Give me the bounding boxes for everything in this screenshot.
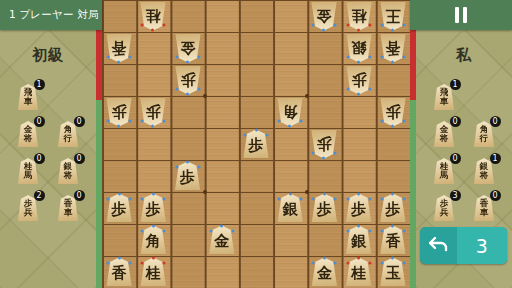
- undo-count: 3: [457, 227, 507, 264]
- captured-piece-香車: 香車0: [58, 195, 79, 221]
- blue-marker-dot: [323, 193, 326, 196]
- board-cell-r3c5[interactable]: [239, 64, 273, 96]
- captured-piece-銀将[interactable]: 銀将1: [474, 158, 495, 184]
- blue-marker-dot: [391, 257, 394, 260]
- blue-marker-dot: [175, 88, 178, 91]
- blue-marker-dot: [300, 120, 303, 123]
- player-captured-tray: 飛車1金将0角行0桂馬0銀将1歩兵3香車0: [426, 84, 502, 221]
- board-cell-r2c7[interactable]: [307, 32, 341, 64]
- blue-marker-dot: [186, 161, 189, 164]
- captured-piece-歩兵: 歩兵2: [18, 195, 39, 221]
- star-point: [203, 190, 207, 194]
- tray-slot: 金将0: [10, 121, 46, 147]
- board-cell-r1c1[interactable]: [102, 0, 136, 32]
- captured-count-badge: 0: [490, 190, 501, 201]
- captured-count-badge: 0: [74, 190, 85, 201]
- player-label: 私: [416, 46, 512, 65]
- tray-slot: 飛車1: [426, 84, 462, 110]
- piece-桂-gote[interactable]: 桂: [140, 2, 167, 31]
- board-cell-r2c5[interactable]: [239, 32, 273, 64]
- blue-marker-dot: [357, 193, 360, 196]
- piece-銀-sente[interactable]: 銀: [277, 194, 304, 223]
- board-cell-r8c6[interactable]: [273, 224, 307, 256]
- blue-marker-dot: [244, 134, 247, 137]
- blue-marker-dot: [231, 230, 234, 233]
- captured-count-badge: 0: [34, 153, 45, 164]
- board-cell-r1c3[interactable]: [170, 0, 204, 32]
- red-marker-dot: [141, 262, 144, 265]
- pause-icon: [463, 7, 467, 23]
- piece-歩-gote[interactable]: 歩: [106, 98, 133, 127]
- captured-count-badge: 1: [490, 153, 501, 164]
- blue-marker-dot: [141, 230, 144, 233]
- red-marker-dot: [152, 257, 155, 260]
- blue-marker-dot: [255, 129, 258, 132]
- board-cell-r3c1[interactable]: [102, 64, 136, 96]
- piece-銀-gote[interactable]: 銀: [345, 34, 372, 63]
- tray-slot: 香車0: [50, 195, 86, 221]
- captured-piece-歩兵[interactable]: 歩兵3: [434, 195, 455, 221]
- blue-marker-dot: [391, 125, 394, 128]
- blue-marker-dot: [368, 230, 371, 233]
- red-marker-dot: [163, 262, 166, 265]
- piece-香-sente[interactable]: 香: [379, 226, 406, 255]
- captured-piece-角行[interactable]: 角行0: [474, 121, 495, 147]
- board-cell-r5c3[interactable]: [170, 128, 204, 160]
- piece-香-sente[interactable]: 香: [106, 258, 133, 287]
- board-cell-r3c4[interactable]: [205, 64, 239, 96]
- board-cell-r3c6[interactable]: [273, 64, 307, 96]
- opponent-panel: 初級 飛車1金将0角行0桂馬0銀将0歩兵2香車0: [0, 0, 96, 288]
- red-marker-dot: [357, 29, 360, 32]
- board-cell-r2c4[interactable]: [205, 32, 239, 64]
- blue-marker-dot: [380, 262, 383, 265]
- captured-piece-飛車: 飛車1: [18, 84, 39, 110]
- blue-marker-dot: [312, 24, 315, 27]
- app-screen: 初級 飛車1金将0角行0桂馬0銀将0歩兵2香車0 私 飛車1金将0角行0桂馬0銀…: [0, 0, 512, 288]
- blue-marker-dot: [380, 230, 383, 233]
- board-cell-r1c5[interactable]: [239, 0, 273, 32]
- tray-slot: 歩兵3: [426, 195, 462, 221]
- blue-marker-dot: [346, 198, 349, 201]
- blue-marker-dot: [391, 225, 394, 228]
- board-cell-r5c1[interactable]: [102, 128, 136, 160]
- tray-slot: 角行0: [466, 121, 502, 147]
- blue-marker-dot: [107, 56, 110, 59]
- blue-marker-dot: [346, 230, 349, 233]
- blue-marker-dot: [334, 262, 337, 265]
- board-cell-r3c7[interactable]: [307, 64, 341, 96]
- captured-piece-桂馬[interactable]: 桂馬0: [434, 158, 455, 184]
- tray-slot: 金将0: [426, 121, 462, 147]
- blue-marker-dot: [334, 152, 337, 155]
- tray-empty-slot: [50, 84, 86, 110]
- blue-marker-dot: [163, 120, 166, 123]
- piece-玉-sente[interactable]: 玉: [379, 258, 406, 287]
- blue-marker-dot: [278, 120, 281, 123]
- blue-marker-dot: [152, 193, 155, 196]
- captured-count-badge: 1: [34, 79, 45, 90]
- board-cell-r6c7[interactable]: [307, 160, 341, 192]
- star-point: [305, 94, 309, 98]
- piece-桂-sente[interactable]: 桂: [345, 258, 372, 287]
- captured-piece-香車[interactable]: 香車0: [474, 195, 495, 221]
- blue-marker-dot: [357, 61, 360, 64]
- piece-歩-gote[interactable]: 歩: [379, 98, 406, 127]
- blue-marker-dot: [289, 193, 292, 196]
- captured-piece-角行: 角行0: [58, 121, 79, 147]
- captured-count-badge: 0: [34, 116, 45, 127]
- board-cell-r6c8[interactable]: [342, 160, 376, 192]
- piece-歩-sente[interactable]: 歩: [311, 194, 338, 223]
- piece-歩-sente[interactable]: 歩: [379, 194, 406, 223]
- match-title-bar: 1 プレーヤー 対局: [0, 0, 102, 30]
- blue-marker-dot: [278, 198, 281, 201]
- board-cell-r3c2[interactable]: [136, 64, 170, 96]
- blue-marker-dot: [197, 56, 200, 59]
- pause-button[interactable]: [451, 3, 471, 27]
- piece-歩-gote[interactable]: 歩: [311, 130, 338, 159]
- shogi-board: 桂金桂王香金銀香歩歩歩歩角歩歩歩歩歩歩銀歩歩歩角金銀香香桂金桂玉: [102, 0, 410, 288]
- piece-歩-sente[interactable]: 歩: [243, 130, 270, 159]
- board-cell-r2c2[interactable]: [136, 32, 170, 64]
- board-cell-r6c5[interactable]: [239, 160, 273, 192]
- piece-歩-sente[interactable]: 歩: [140, 194, 167, 223]
- red-marker-dot: [368, 24, 371, 27]
- blue-marker-dot: [141, 198, 144, 201]
- board-cell-r4c8[interactable]: [342, 96, 376, 128]
- piece-金-gote[interactable]: 金: [311, 2, 338, 31]
- piece-香-gote[interactable]: 香: [106, 34, 133, 63]
- piece-歩-sente[interactable]: 歩: [345, 194, 372, 223]
- captured-piece-銀将: 銀将0: [58, 158, 79, 184]
- captured-count-badge: 2: [34, 190, 45, 201]
- blue-marker-dot: [220, 225, 223, 228]
- blue-marker-dot: [107, 198, 110, 201]
- blue-marker-dot: [312, 152, 315, 155]
- blue-marker-dot: [186, 61, 189, 64]
- blue-marker-dot: [380, 120, 383, 123]
- red-marker-dot: [346, 262, 349, 265]
- red-marker-dot: [141, 24, 144, 27]
- piece-歩-gote[interactable]: 歩: [140, 98, 167, 127]
- blue-marker-dot: [368, 56, 371, 59]
- blue-marker-dot: [334, 24, 337, 27]
- blue-marker-dot: [129, 262, 132, 265]
- blue-marker-dot: [300, 198, 303, 201]
- piece-王-gote[interactable]: 王: [379, 2, 406, 31]
- blue-marker-dot: [402, 24, 405, 27]
- blue-marker-dot: [129, 198, 132, 201]
- board-cell-r5c2[interactable]: [136, 128, 170, 160]
- board-cell-r9c4[interactable]: [205, 256, 239, 288]
- blue-marker-dot: [163, 230, 166, 233]
- board-cell-r7c4[interactable]: [205, 192, 239, 224]
- board-cell-r7c5[interactable]: [239, 192, 273, 224]
- left-turn-strip: [96, 0, 102, 288]
- blue-marker-dot: [175, 56, 178, 59]
- board-cell-r4c3[interactable]: [170, 96, 204, 128]
- board-cell-r9c6[interactable]: [273, 256, 307, 288]
- board-cell-r6c6[interactable]: [273, 160, 307, 192]
- blue-marker-dot: [312, 198, 315, 201]
- board-cell-r8c7[interactable]: [307, 224, 341, 256]
- tray-slot: 銀将1: [466, 158, 502, 184]
- board-cell-r5c4[interactable]: [205, 128, 239, 160]
- board-cell-r4c7[interactable]: [307, 96, 341, 128]
- blue-marker-dot: [163, 198, 166, 201]
- tray-slot: 角行0: [50, 121, 86, 147]
- board-cell-r7c3[interactable]: [170, 192, 204, 224]
- red-marker-dot: [368, 262, 371, 265]
- piece-歩-sente[interactable]: 歩: [106, 194, 133, 223]
- board-cell-r4c5[interactable]: [239, 96, 273, 128]
- right-turn-strip: [410, 0, 416, 288]
- board-cell-r9c3[interactable]: [170, 256, 204, 288]
- captured-piece-金将[interactable]: 金将0: [434, 121, 455, 147]
- piece-歩-gote[interactable]: 歩: [345, 66, 372, 95]
- board-cell-r6c4[interactable]: [205, 160, 239, 192]
- blue-marker-dot: [197, 166, 200, 169]
- blue-marker-dot: [402, 120, 405, 123]
- blue-marker-dot: [197, 88, 200, 91]
- piece-桂-gote[interactable]: 桂: [345, 2, 372, 31]
- tray-slot: 銀将0: [50, 158, 86, 184]
- board-cell-r2c6[interactable]: [273, 32, 307, 64]
- piece-香-gote[interactable]: 香: [379, 34, 406, 63]
- board-cell-r3c9[interactable]: [376, 64, 410, 96]
- board-cell-r8c3[interactable]: [170, 224, 204, 256]
- blue-marker-dot: [346, 56, 349, 59]
- blue-marker-dot: [312, 262, 315, 265]
- board-cell-r5c6[interactable]: [273, 128, 307, 160]
- blue-marker-dot: [368, 198, 371, 201]
- blue-marker-dot: [186, 93, 189, 96]
- tray-empty-slot: [466, 84, 502, 110]
- blue-marker-dot: [323, 257, 326, 260]
- board-cell-r9c5[interactable]: [239, 256, 273, 288]
- match-title: 1 プレーヤー 対局: [9, 8, 99, 22]
- captured-count-badge: 0: [450, 153, 461, 164]
- blue-marker-dot: [368, 88, 371, 91]
- blue-marker-dot: [402, 262, 405, 265]
- blue-marker-dot: [129, 56, 132, 59]
- blue-marker-dot: [357, 225, 360, 228]
- pause-icon: [455, 7, 459, 23]
- board-cell-r6c2[interactable]: [136, 160, 170, 192]
- blue-marker-dot: [357, 93, 360, 96]
- blue-marker-dot: [129, 120, 132, 123]
- undo-arrow-icon: [426, 235, 450, 257]
- blue-marker-dot: [141, 120, 144, 123]
- blue-marker-dot: [175, 166, 178, 169]
- tray-slot: 歩兵2: [10, 195, 46, 221]
- blue-marker-dot: [107, 262, 110, 265]
- blue-marker-dot: [118, 257, 121, 260]
- board-cell-r5c8[interactable]: [342, 128, 376, 160]
- blue-marker-dot: [402, 198, 405, 201]
- blue-marker-dot: [346, 88, 349, 91]
- board-cell-r8c5[interactable]: [239, 224, 273, 256]
- piece-歩-gote[interactable]: 歩: [174, 66, 201, 95]
- blue-marker-dot: [118, 193, 121, 196]
- piece-桂-sente[interactable]: 桂: [140, 258, 167, 287]
- captured-piece-金将: 金将0: [18, 121, 39, 147]
- board-cell-r5c9[interactable]: [376, 128, 410, 160]
- board-cell-r6c9[interactable]: [376, 160, 410, 192]
- tray-slot: 香車0: [466, 195, 502, 221]
- blue-marker-dot: [107, 120, 110, 123]
- piece-角-gote[interactable]: 角: [277, 98, 304, 127]
- blue-marker-dot: [380, 24, 383, 27]
- board-cell-r6c1[interactable]: [102, 160, 136, 192]
- blue-marker-dot: [402, 230, 405, 233]
- captured-count-badge: 1: [450, 79, 461, 90]
- captured-count-badge: 0: [490, 116, 501, 127]
- red-marker-dot: [346, 24, 349, 27]
- opponent-level-label: 初級: [0, 46, 96, 65]
- blue-marker-dot: [402, 56, 405, 59]
- tray-slot: 桂馬0: [426, 158, 462, 184]
- red-marker-dot: [357, 257, 360, 260]
- captured-count-badge: 0: [74, 153, 85, 164]
- pause-bar: [410, 0, 512, 30]
- piece-歩-sente[interactable]: 歩: [174, 162, 201, 191]
- piece-銀-sente[interactable]: 銀: [345, 226, 372, 255]
- piece-金-sente[interactable]: 金: [208, 226, 235, 255]
- opponent-captured-tray: 飛車1金将0角行0桂馬0銀将0歩兵2香車0: [10, 84, 86, 221]
- captured-piece-飛車[interactable]: 飛車1: [434, 84, 455, 110]
- undo-button[interactable]: 3: [420, 227, 507, 264]
- blue-marker-dot: [152, 225, 155, 228]
- captured-piece-桂馬: 桂馬0: [18, 158, 39, 184]
- red-marker-dot: [163, 24, 166, 27]
- blue-marker-dot: [380, 56, 383, 59]
- board-cell-r4c4[interactable]: [205, 96, 239, 128]
- captured-count-badge: 0: [74, 116, 85, 127]
- blue-marker-dot: [266, 134, 269, 137]
- captured-count-badge: 3: [450, 190, 461, 201]
- board-cell-r8c1[interactable]: [102, 224, 136, 256]
- piece-角-sente[interactable]: 角: [140, 226, 167, 255]
- star-point: [305, 190, 309, 194]
- board-cell-r1c6[interactable]: [273, 0, 307, 32]
- star-point: [203, 94, 207, 98]
- blue-marker-dot: [391, 61, 394, 64]
- blue-marker-dot: [209, 230, 212, 233]
- blue-marker-dot: [334, 198, 337, 201]
- board-cell-r1c4[interactable]: [205, 0, 239, 32]
- piece-金-sente[interactable]: 金: [311, 258, 338, 287]
- blue-marker-dot: [391, 29, 394, 32]
- blue-marker-dot: [380, 198, 383, 201]
- captured-count-badge: 0: [450, 116, 461, 127]
- tray-slot: 飛車1: [10, 84, 46, 110]
- tray-slot: 桂馬0: [10, 158, 46, 184]
- piece-金-gote[interactable]: 金: [174, 34, 201, 63]
- blue-marker-dot: [391, 193, 394, 196]
